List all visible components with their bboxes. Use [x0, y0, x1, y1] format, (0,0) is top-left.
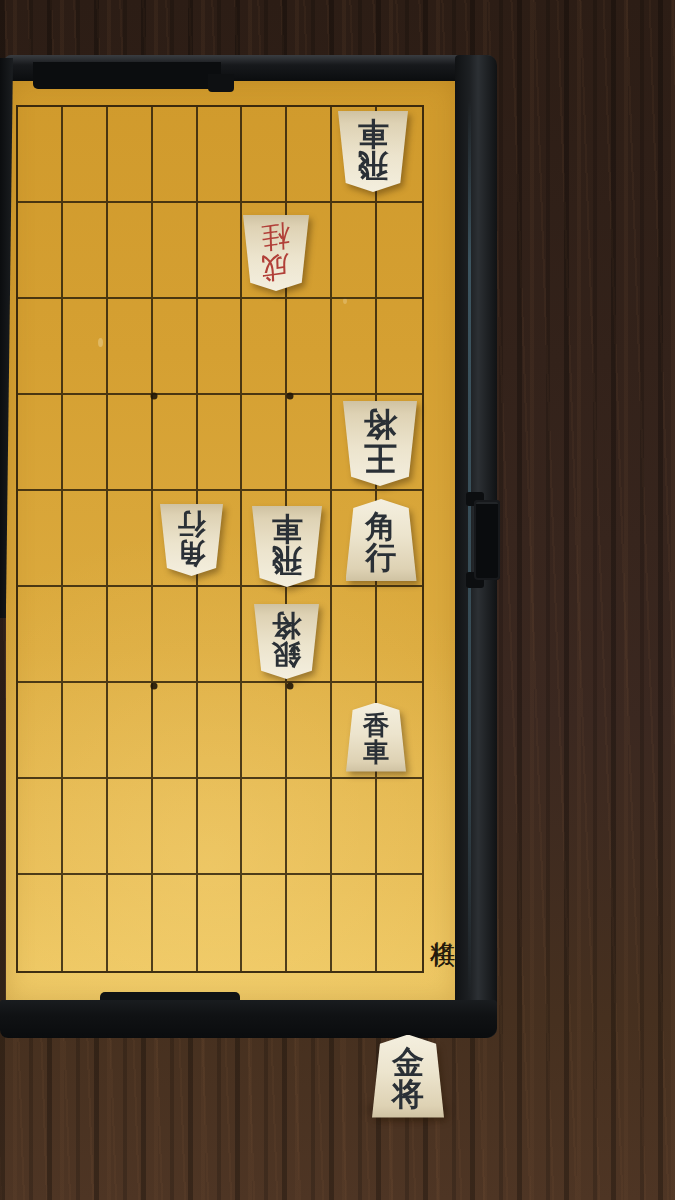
grid-cell [63, 683, 108, 779]
piece-kanji: 将 [364, 407, 397, 441]
grid-cell [108, 203, 153, 299]
grid-cell [63, 875, 108, 971]
piece-kanji: 銀 [272, 639, 301, 669]
shogi-piece-bishop-gote[interactable]: 角行 [160, 504, 223, 576]
grid-cell [108, 587, 153, 683]
grid-cell [242, 875, 287, 971]
shogi-piece-bishop-sente[interactable]: 角行 [346, 499, 417, 581]
grid-cell [18, 779, 63, 875]
grid-cell [63, 299, 108, 395]
grid-cell [153, 587, 198, 683]
grid-cell [198, 587, 243, 683]
grid-cell [108, 779, 153, 875]
grid-cell [108, 107, 153, 203]
grid-cell [18, 107, 63, 203]
piece-kanji: 桂 [261, 219, 291, 253]
grid-cell [198, 875, 243, 971]
shogi-piece-lance-sente[interactable]: 香車 [346, 703, 406, 772]
shogi-piece-king-gote[interactable]: 王将 [343, 401, 417, 486]
grid-cell [108, 299, 153, 395]
grid-cell [332, 299, 377, 395]
grid-cell [198, 203, 243, 299]
grid-cell [287, 107, 332, 203]
grid-cell [377, 779, 422, 875]
grid-cell [332, 779, 377, 875]
grid-cell [18, 395, 63, 491]
piece-kanji: 角 [366, 511, 397, 543]
grid-cell [108, 683, 153, 779]
star-point [287, 393, 294, 400]
grid-cell [377, 587, 422, 683]
shogi-piece-rook-gote[interactable]: 飛車 [252, 506, 322, 587]
board-hinge [474, 500, 500, 580]
shogi-piece-promoted-knight-gote[interactable]: 成桂 [243, 215, 309, 291]
piece-face: 香車 [346, 703, 406, 772]
piece-kanji: 飛 [358, 149, 389, 181]
piece-kanji: 飛 [272, 544, 303, 576]
piece-face: 王将 [343, 401, 417, 486]
grid-cell [108, 491, 153, 587]
grid-cell [18, 683, 63, 779]
grid-cell [63, 395, 108, 491]
grid-cell [153, 875, 198, 971]
shogi-piece-silver-gote[interactable]: 銀将 [254, 604, 319, 679]
grid-cell [18, 491, 63, 587]
grid-cell [198, 683, 243, 779]
grid-cell [332, 203, 377, 299]
grid-cell [287, 779, 332, 875]
grid-cell [18, 299, 63, 395]
star-point [151, 682, 158, 689]
grid-cell [153, 779, 198, 875]
star-point [287, 682, 294, 689]
piece-face: 飛車 [252, 506, 322, 587]
piece-kanji: 将 [272, 609, 301, 639]
grid-cell [153, 107, 198, 203]
grid-cell [63, 491, 108, 587]
piece-kanji: 車 [363, 739, 389, 766]
grid-cell [63, 107, 108, 203]
grid-cell [18, 203, 63, 299]
grid-cell [377, 203, 422, 299]
grid-cell [332, 875, 377, 971]
grid-cell [332, 587, 377, 683]
piece-kanji: 王 [364, 441, 397, 475]
grid-cell [377, 299, 422, 395]
shogi-piece-gold-sente[interactable]: 金将 [372, 1035, 444, 1118]
piece-kanji: 金 [392, 1046, 424, 1079]
piece-kanji: 香 [363, 712, 389, 739]
piece-kanji: 車 [358, 117, 389, 149]
grid-cell [242, 779, 287, 875]
grid-cell [108, 875, 153, 971]
frame-inner-sheen [468, 100, 471, 1000]
grid-cell [63, 587, 108, 683]
grid-cell [242, 107, 287, 203]
piece-face: 角行 [346, 499, 417, 581]
grid-cell [153, 299, 198, 395]
grid-cell [287, 299, 332, 395]
grid-cell [198, 779, 243, 875]
grid-cell [18, 587, 63, 683]
grid-cell [242, 683, 287, 779]
piece-kanji: 行 [177, 510, 205, 539]
grid-cell [242, 299, 287, 395]
table-photo: 将棋 飛車成桂王将角行飛車角行銀将香車金将 [0, 0, 675, 1200]
star-point [151, 393, 158, 400]
grid-cell [153, 395, 198, 491]
grid-cell [153, 203, 198, 299]
piece-kanji: 車 [272, 512, 303, 544]
grid-cell [153, 683, 198, 779]
grid-cell [108, 395, 153, 491]
shogi-piece-rook-gote[interactable]: 飛車 [338, 111, 408, 192]
grid-cell [287, 875, 332, 971]
grid-cell [198, 299, 243, 395]
grid-cell [287, 683, 332, 779]
board-frame-latch-tab [33, 62, 221, 89]
piece-face: 金将 [372, 1035, 444, 1118]
piece-kanji: 角 [177, 538, 205, 567]
piece-face: 飛車 [338, 111, 408, 192]
grid-cell [242, 395, 287, 491]
piece-face: 角行 [160, 504, 223, 576]
piece-face: 成桂 [243, 215, 309, 291]
grid-cell [63, 779, 108, 875]
grid-cell [287, 395, 332, 491]
board-frame-bottom [0, 1000, 497, 1038]
board-frame-notch [208, 74, 234, 92]
grid-cell [18, 875, 63, 971]
grid-cell [198, 395, 243, 491]
piece-kanji: 将 [392, 1078, 424, 1111]
grid-cell [198, 107, 243, 203]
piece-kanji: 行 [366, 542, 397, 574]
grid-cell [63, 203, 108, 299]
piece-face: 銀将 [254, 604, 319, 679]
board-brand-label: 将棋 [427, 921, 457, 993]
grid-cell [377, 875, 422, 971]
